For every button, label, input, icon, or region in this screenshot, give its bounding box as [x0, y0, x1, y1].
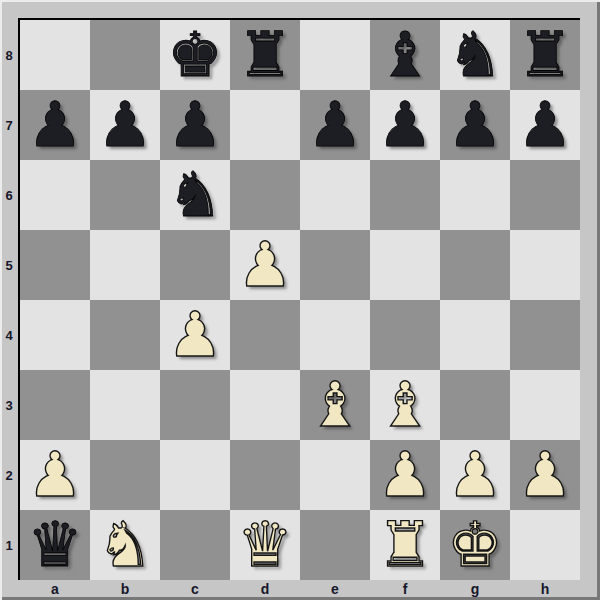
square-g3[interactable]: [440, 370, 510, 440]
file-label-g: g: [440, 580, 510, 597]
square-g5[interactable]: [440, 230, 510, 300]
file-label-h: h: [510, 580, 580, 597]
square-e4[interactable]: [300, 300, 370, 370]
piece-black-rook[interactable]: ♜: [517, 24, 573, 86]
square-h4[interactable]: [510, 300, 580, 370]
rank-label-2: 2: [0, 440, 18, 510]
piece-white-pawn[interactable]: ♟: [377, 444, 433, 506]
piece-black-bishop[interactable]: ♝: [377, 24, 433, 86]
square-h8[interactable]: ♜: [510, 20, 580, 90]
piece-white-pawn[interactable]: ♟: [517, 444, 573, 506]
square-c1[interactable]: [160, 510, 230, 580]
square-e7[interactable]: ♟: [300, 90, 370, 160]
square-d4[interactable]: [230, 300, 300, 370]
square-c3[interactable]: [160, 370, 230, 440]
square-g7[interactable]: ♟: [440, 90, 510, 160]
square-b2[interactable]: [90, 440, 160, 510]
square-d7[interactable]: [230, 90, 300, 160]
square-d6[interactable]: [230, 160, 300, 230]
rank-label-6: 6: [0, 160, 18, 230]
square-b6[interactable]: [90, 160, 160, 230]
square-g1[interactable]: ♚: [440, 510, 510, 580]
square-f7[interactable]: ♟: [370, 90, 440, 160]
rank-label-5: 5: [0, 230, 18, 300]
chess-board[interactable]: ♚♜♝♞♜♟♟♟♟♟♟♟♞♟♟♝♝♟♟♟♟♛♞♛♜♚: [18, 18, 580, 580]
square-h5[interactable]: [510, 230, 580, 300]
rank-label-3: 3: [0, 370, 18, 440]
square-h1[interactable]: [510, 510, 580, 580]
piece-black-pawn[interactable]: ♟: [447, 94, 503, 156]
square-b4[interactable]: [90, 300, 160, 370]
piece-black-knight[interactable]: ♞: [167, 164, 223, 226]
square-e1[interactable]: [300, 510, 370, 580]
square-f6[interactable]: [370, 160, 440, 230]
square-c7[interactable]: ♟: [160, 90, 230, 160]
square-c2[interactable]: [160, 440, 230, 510]
piece-white-king[interactable]: ♚: [447, 514, 503, 576]
square-f4[interactable]: [370, 300, 440, 370]
rank-label-8: 8: [0, 20, 18, 90]
square-f1[interactable]: ♜: [370, 510, 440, 580]
square-e2[interactable]: [300, 440, 370, 510]
square-a1[interactable]: ♛: [20, 510, 90, 580]
square-a4[interactable]: [20, 300, 90, 370]
piece-black-rook[interactable]: ♜: [237, 24, 293, 86]
square-c6[interactable]: ♞: [160, 160, 230, 230]
file-label-d: d: [230, 580, 300, 597]
square-g2[interactable]: ♟: [440, 440, 510, 510]
square-f3[interactable]: ♝: [370, 370, 440, 440]
square-c5[interactable]: [160, 230, 230, 300]
square-b5[interactable]: [90, 230, 160, 300]
square-e6[interactable]: [300, 160, 370, 230]
square-d1[interactable]: ♛: [230, 510, 300, 580]
rank-label-1: 1: [0, 510, 18, 580]
rank-label-4: 4: [0, 300, 18, 370]
piece-white-pawn[interactable]: ♟: [447, 444, 503, 506]
square-g4[interactable]: [440, 300, 510, 370]
piece-white-rook[interactable]: ♜: [377, 514, 433, 576]
square-b7[interactable]: ♟: [90, 90, 160, 160]
square-g8[interactable]: ♞: [440, 20, 510, 90]
piece-white-pawn[interactable]: ♟: [167, 304, 223, 366]
file-label-c: c: [160, 580, 230, 597]
piece-white-pawn[interactable]: ♟: [27, 444, 83, 506]
piece-white-bishop[interactable]: ♝: [377, 374, 433, 436]
piece-black-pawn[interactable]: ♟: [167, 94, 223, 156]
piece-black-king[interactable]: ♚: [167, 24, 223, 86]
piece-black-pawn[interactable]: ♟: [377, 94, 433, 156]
piece-black-queen[interactable]: ♛: [27, 514, 83, 576]
square-b3[interactable]: [90, 370, 160, 440]
piece-black-knight[interactable]: ♞: [447, 24, 503, 86]
piece-black-pawn[interactable]: ♟: [97, 94, 153, 156]
chessboard-panel: 87654321 ♚♜♝♞♜♟♟♟♟♟♟♟♞♟♟♝♝♟♟♟♟♛♞♛♜♚ abcd…: [0, 0, 600, 600]
piece-black-pawn[interactable]: ♟: [27, 94, 83, 156]
square-e8[interactable]: [300, 20, 370, 90]
file-label-e: e: [300, 580, 370, 597]
piece-white-queen[interactable]: ♛: [237, 514, 293, 576]
square-a2[interactable]: ♟: [20, 440, 90, 510]
square-a7[interactable]: ♟: [20, 90, 90, 160]
piece-white-pawn[interactable]: ♟: [237, 234, 293, 296]
square-a5[interactable]: [20, 230, 90, 300]
piece-black-pawn[interactable]: ♟: [307, 94, 363, 156]
square-c4[interactable]: ♟: [160, 300, 230, 370]
square-b1[interactable]: ♞: [90, 510, 160, 580]
square-f5[interactable]: [370, 230, 440, 300]
square-h3[interactable]: [510, 370, 580, 440]
square-f2[interactable]: ♟: [370, 440, 440, 510]
square-a8[interactable]: [20, 20, 90, 90]
piece-white-knight[interactable]: ♞: [97, 514, 153, 576]
square-b8[interactable]: [90, 20, 160, 90]
square-d2[interactable]: [230, 440, 300, 510]
square-h2[interactable]: ♟: [510, 440, 580, 510]
square-h6[interactable]: [510, 160, 580, 230]
file-labels: abcdefgh: [20, 580, 580, 597]
square-a6[interactable]: [20, 160, 90, 230]
square-g6[interactable]: [440, 160, 510, 230]
square-c8[interactable]: ♚: [160, 20, 230, 90]
rank-labels: 87654321: [0, 20, 18, 580]
square-a3[interactable]: [20, 370, 90, 440]
square-d5[interactable]: ♟: [230, 230, 300, 300]
square-e3[interactable]: ♝: [300, 370, 370, 440]
square-h7[interactable]: ♟: [510, 90, 580, 160]
piece-black-pawn[interactable]: ♟: [517, 94, 573, 156]
piece-white-bishop[interactable]: ♝: [307, 374, 363, 436]
square-f8[interactable]: ♝: [370, 20, 440, 90]
file-label-b: b: [90, 580, 160, 597]
rank-label-7: 7: [0, 90, 18, 160]
square-e5[interactable]: [300, 230, 370, 300]
square-d3[interactable]: [230, 370, 300, 440]
file-label-f: f: [370, 580, 440, 597]
file-label-a: a: [20, 580, 90, 597]
square-d8[interactable]: ♜: [230, 20, 300, 90]
